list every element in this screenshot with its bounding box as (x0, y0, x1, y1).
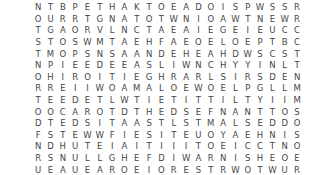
grid-cell: R (291, 13, 303, 25)
grid-cell: S (242, 118, 254, 130)
grid-cell: A (118, 36, 130, 48)
grid-cell: N (217, 106, 229, 118)
grid-cell: I (143, 164, 155, 175)
grid-cell: W (180, 60, 192, 72)
grid-cell: T (57, 129, 69, 141)
grid-cell: E (69, 60, 81, 72)
grid-cell: T (131, 106, 143, 118)
grid-cell: S (291, 106, 303, 118)
grid-cell: A (118, 141, 130, 153)
grid-cell: E (69, 129, 81, 141)
grid-cell: I (266, 94, 278, 106)
grid-cell: G (254, 83, 266, 95)
grid-cell: E (81, 60, 93, 72)
grid-cell: T (155, 118, 167, 130)
grid-cell: O (205, 129, 217, 141)
grid-cell: W (229, 13, 241, 25)
grid-cell: I (118, 129, 130, 141)
grid-cell: T (192, 118, 204, 130)
grid-cell: H (118, 153, 130, 165)
grid-cell: T (94, 2, 106, 14)
grid-cell: D (155, 153, 167, 165)
grid-cell: P (44, 60, 56, 72)
grid-cell: I (279, 129, 291, 141)
grid-cell: O (279, 106, 291, 118)
grid-cell: A (131, 118, 143, 130)
grid-cell: S (32, 36, 44, 48)
grid-cell: A (143, 83, 155, 95)
grid-cell: I (155, 129, 167, 141)
grid-cell: W (229, 164, 241, 175)
grid-cell: E (180, 83, 192, 95)
grid-cell: I (81, 83, 93, 95)
grid-cell: W (118, 94, 130, 106)
grid-cell: D (168, 106, 180, 118)
grid-cell: L (155, 83, 167, 95)
grid-cell: C (57, 106, 69, 118)
grid-cell: N (291, 71, 303, 83)
grid-cell: E (155, 94, 167, 106)
grid-cell: F (143, 153, 155, 165)
grid-cell: D (69, 118, 81, 130)
grid-cell: E (254, 25, 266, 37)
grid-cell: O (242, 164, 254, 175)
grid-cell: N (254, 13, 266, 25)
grid-cell: E (81, 94, 93, 106)
grid-cell: P (254, 36, 266, 48)
grid-cell: O (155, 2, 167, 14)
grid-cell: L (81, 153, 93, 165)
grid-cell: M (94, 36, 106, 48)
grid-cell: T (254, 106, 266, 118)
grid-cell: O (69, 25, 81, 37)
grid-cell: R (291, 2, 303, 14)
grid-cell: R (192, 71, 204, 83)
grid-cell: C (205, 60, 217, 72)
grid-cell: E (242, 36, 254, 48)
grid-cell: E (180, 36, 192, 48)
grid-cell: F (32, 129, 44, 141)
grid-cell: T (131, 13, 143, 25)
grid-cell: A (57, 164, 69, 175)
grid-cell: W (192, 83, 204, 95)
grid-cell: N (242, 106, 254, 118)
grid-cell: A (180, 71, 192, 83)
grid-cell: O (32, 13, 44, 25)
grid-cell: R (32, 153, 44, 165)
grid-cell: U (69, 164, 81, 175)
grid-cell: L (279, 60, 291, 72)
grid-cell: U (32, 164, 44, 175)
grid-cell: P (242, 2, 254, 14)
grid-cell: O (57, 36, 69, 48)
grid-cell: U (44, 13, 56, 25)
grid-cell: A (118, 13, 130, 25)
grid-cell: A (118, 118, 130, 130)
grid-cell: W (168, 13, 180, 25)
grid-cell: B (279, 36, 291, 48)
grid-cell: I (229, 71, 241, 83)
grid-cell: H (44, 71, 56, 83)
grid-cell: A (217, 13, 229, 25)
grid-cell: O (229, 36, 241, 48)
grid-cell: H (217, 48, 229, 60)
grid-cell: H (254, 153, 266, 165)
grid-cell: E (205, 25, 217, 37)
grid-cell: E (192, 106, 204, 118)
grid-cell: I (192, 13, 204, 25)
grid-cell: E (81, 2, 93, 14)
grid-cell: T (94, 94, 106, 106)
grid-cell: T (242, 13, 254, 25)
grid-cell: E (118, 60, 130, 72)
grid-cell: M (205, 118, 217, 130)
grid-cell: T (291, 60, 303, 72)
grid-cell: S (217, 71, 229, 83)
grid-cell: I (217, 94, 229, 106)
grid-cell: Y (242, 60, 254, 72)
grid-cell: T (81, 13, 93, 25)
grid-cell: I (94, 118, 106, 130)
grid-cell: E (44, 94, 56, 106)
grid-cell: D (32, 118, 44, 130)
grid-cell: U (192, 129, 204, 141)
grid-cell: E (217, 83, 229, 95)
grid-cell: S (81, 118, 93, 130)
grid-cell: I (254, 60, 266, 72)
grid-cell: S (242, 153, 254, 165)
grid-cell: E (192, 48, 204, 60)
grid-cell: T (168, 129, 180, 141)
grid-cell: A (94, 164, 106, 175)
grid-cell: M (291, 94, 303, 106)
grid-cell: N (266, 60, 278, 72)
grid-cell: D (155, 48, 167, 60)
grid-cell: C (254, 141, 266, 153)
grid-cell: E (155, 106, 167, 118)
grid-cell: W (81, 129, 93, 141)
grid-cell: E (131, 71, 143, 83)
grid-cell: E (131, 129, 143, 141)
grid-cell: E (291, 153, 303, 165)
grid-cell: O (143, 13, 155, 25)
grid-cell: T (106, 106, 118, 118)
grid-cell: E (266, 153, 278, 165)
grid-cell: I (69, 83, 81, 95)
grid-cell: Y (229, 60, 241, 72)
grid-cell: W (94, 129, 106, 141)
grid-cell: C (266, 48, 278, 60)
grid-cell: A (131, 60, 143, 72)
grid-cell: T (266, 36, 278, 48)
grid-cell: H (254, 129, 266, 141)
grid-cell: W (279, 13, 291, 25)
grid-cell: I (217, 2, 229, 14)
grid-cell: A (180, 25, 192, 37)
grid-cell: W (94, 83, 106, 95)
grid-cell: H (57, 141, 69, 153)
grid-cell: S (192, 164, 204, 175)
grid-cell: H (155, 71, 167, 83)
grid-cell: F (106, 129, 118, 141)
grid-cell: S (143, 118, 155, 130)
grid-cell: I (229, 141, 241, 153)
grid-cell: O (106, 83, 118, 95)
grid-cell: D (118, 106, 130, 118)
grid-cell: B (57, 2, 69, 14)
grid-cell: D (192, 2, 204, 14)
grid-cell: R (32, 83, 44, 95)
grid-cell: E (94, 141, 106, 153)
grid-cell: R (44, 83, 56, 95)
grid-cell: C (279, 25, 291, 37)
grid-cell: H (106, 2, 118, 14)
grid-cell: D (69, 94, 81, 106)
grid-cell: L (266, 83, 278, 95)
grid-cell: M (131, 83, 143, 95)
grid-cell: N (118, 25, 130, 37)
grid-cell: N (266, 129, 278, 141)
grid-cell: T (205, 164, 217, 175)
grid-cell: E (131, 36, 143, 48)
grid-cell: E (57, 94, 69, 106)
grid-cell: T (32, 94, 44, 106)
grid-cell: T (44, 36, 56, 48)
grid-cell: L (94, 153, 106, 165)
grid-cell: C (291, 36, 303, 48)
grid-cell: S (229, 2, 241, 14)
grid-cell: R (291, 164, 303, 175)
grid-cell: H (180, 48, 192, 60)
grid-cell: E (168, 2, 180, 14)
grid-cell: D (279, 118, 291, 130)
grid-cell: S (143, 129, 155, 141)
grid-cell: R (69, 13, 81, 25)
grid-cell: E (57, 118, 69, 130)
grid-cell: L (106, 94, 118, 106)
grid-cell: O (279, 153, 291, 165)
grid-cell: T (192, 141, 204, 153)
grid-cell: D (266, 71, 278, 83)
grid-cell: N (192, 60, 204, 72)
grid-cell: T (168, 94, 180, 106)
grid-cell: I (155, 141, 167, 153)
grid-cell: E (217, 141, 229, 153)
grid-cell: I (168, 60, 180, 72)
grid-cell: G (143, 71, 155, 83)
grid-cell: N (217, 153, 229, 165)
grid-cell: E (106, 60, 118, 72)
grid-cell: T (192, 94, 204, 106)
grid-cell: T (106, 36, 118, 48)
grid-cell: G (217, 25, 229, 37)
grid-cell: V (94, 25, 106, 37)
grid-cell: N (94, 48, 106, 60)
grid-cell: E (168, 48, 180, 60)
grid-cell: A (69, 106, 81, 118)
grid-cell: A (180, 2, 192, 14)
grid-cell: U (266, 25, 278, 37)
grid-cell: R (81, 106, 93, 118)
grid-cell: H (217, 60, 229, 72)
grid-cell: O (32, 106, 44, 118)
grid-cell: T (32, 48, 44, 60)
grid-cell: N (32, 2, 44, 14)
grid-cell: D (229, 48, 241, 60)
grid-cell: I (57, 60, 69, 72)
grid-cell: A (118, 48, 130, 60)
grid-cell: E (229, 25, 241, 37)
grid-cell: T (81, 141, 93, 153)
grid-cell: O (118, 164, 130, 175)
grid-cell: O (205, 141, 217, 153)
grid-cell: D (44, 141, 56, 153)
grid-cell: W (242, 48, 254, 60)
grid-cell: I (180, 94, 192, 106)
grid-cell: L (217, 36, 229, 48)
grid-cell: S (44, 129, 56, 141)
grid-cell: N (57, 153, 69, 165)
grid-cell: I (131, 141, 143, 153)
grid-cell: T (205, 94, 217, 106)
grid-cell: O (205, 2, 217, 14)
grid-cell: P (69, 2, 81, 14)
grid-cell: O (32, 71, 44, 83)
grid-cell: H (143, 106, 155, 118)
grid-cell: D (266, 118, 278, 130)
grid-cell: A (229, 129, 241, 141)
grid-cell: O (81, 71, 93, 83)
grid-cell: S (81, 48, 93, 60)
grid-cell: A (155, 25, 167, 37)
grid-cell: E (279, 71, 291, 83)
word-search-grid: TAEOSRNLITESAONTRELSIONTBPETHAKTOEADOISP… (32, 0, 303, 175)
grid-cell: H (143, 36, 155, 48)
grid-cell: S (44, 153, 56, 165)
grid-cell: S (106, 48, 118, 60)
grid-cell: E (180, 164, 192, 175)
grid-cell: U (69, 153, 81, 165)
grid-cell: R (106, 164, 118, 175)
grid-cell: R (168, 164, 180, 175)
grid-cell: C (242, 141, 254, 153)
grid-cell: A (57, 25, 69, 37)
grid-cell: E (242, 129, 254, 141)
grid-cell: I (143, 94, 155, 106)
grid-cell: T (143, 141, 155, 153)
grid-cell: A (118, 2, 130, 14)
grid-cell: G (94, 13, 106, 25)
grid-cell: D (94, 60, 106, 72)
grid-cell: S (266, 2, 278, 14)
grid-cell: R (57, 13, 69, 25)
grid-cell: L (168, 118, 180, 130)
grid-cell: O (205, 13, 217, 25)
grid-cell: T (32, 25, 44, 37)
grid-cell: W (81, 36, 93, 48)
grid-cell: I (168, 153, 180, 165)
grid-cell: E (266, 13, 278, 25)
grid-cell: S (143, 60, 155, 72)
grid-cell: O (94, 106, 106, 118)
grid-cell: O (205, 83, 217, 95)
grid-cell: A (168, 36, 180, 48)
grid-cell: M (44, 48, 56, 60)
grid-cell: R (205, 153, 217, 165)
grid-cell: T (291, 48, 303, 60)
grid-cell: A (131, 48, 143, 60)
grid-cell: L (106, 25, 118, 37)
grid-cell: N (32, 141, 44, 153)
grid-cell: W (266, 164, 278, 175)
grid-cell: C (291, 25, 303, 37)
grid-cell: T (131, 94, 143, 106)
grid-cell: I (180, 141, 192, 153)
grid-cell: S (279, 2, 291, 14)
grid-cell: P (69, 48, 81, 60)
grid-cell: T (242, 94, 254, 106)
grid-cell: E (81, 164, 93, 175)
grid-cell: L (229, 118, 241, 130)
grid-cell: R (81, 25, 93, 37)
grid-cell: L (205, 71, 217, 83)
grid-cell: L (155, 60, 167, 72)
grid-cell: R (69, 71, 81, 83)
grid-cell: P (242, 83, 254, 95)
grid-cell: N (180, 13, 192, 25)
grid-cell: S (291, 129, 303, 141)
grid-cell: T (106, 118, 118, 130)
grid-cell: T (155, 13, 167, 25)
grid-cell: O (291, 141, 303, 153)
grid-cell: N (106, 13, 118, 25)
grid-cell: N (143, 48, 155, 60)
grid-cell: I (229, 153, 241, 165)
grid-cell: I (57, 71, 69, 83)
grid-cell: T (44, 118, 56, 130)
grid-cell: R (217, 164, 229, 175)
grid-cell: O (291, 118, 303, 130)
grid-cell: O (192, 36, 204, 48)
grid-cell: S (69, 36, 81, 48)
grid-cell: U (69, 141, 81, 153)
word-search-page: TAEOSRNLITESAONTRELSIONTBPETHAKTOEADOISP… (0, 0, 310, 175)
grid-cell: R (242, 71, 254, 83)
grid-cell: T (106, 71, 118, 83)
grid-cell: E (168, 25, 180, 37)
grid-cell: T (254, 164, 266, 175)
grid-cell: N (279, 141, 291, 153)
grid-cell: E (57, 83, 69, 95)
grid-cell: T (44, 2, 56, 14)
grid-cell: O (57, 48, 69, 60)
grid-cell: F (155, 36, 167, 48)
grid-cell: I (118, 71, 130, 83)
grid-cell: E (131, 153, 143, 165)
grid-cell: Y (254, 94, 266, 106)
grid-cell: A (217, 118, 229, 130)
grid-cell: T (266, 141, 278, 153)
grid-cell: K (131, 2, 143, 14)
grid-cell: I (168, 141, 180, 153)
grid-cell: A (192, 153, 204, 165)
grid-cell: S (254, 48, 266, 60)
grid-cell: L (229, 83, 241, 95)
grid-cell: S (180, 106, 192, 118)
grid-cell: T (143, 25, 155, 37)
grid-cell: E (44, 164, 56, 175)
grid-cell: W (254, 2, 266, 14)
